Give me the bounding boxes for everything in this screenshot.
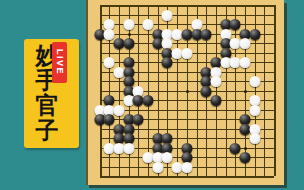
grid-line-vertical [274,5,276,176]
white-stone [113,105,124,116]
live-badge: LIVE [52,42,67,83]
black-stone [201,29,212,40]
white-stone [162,152,173,163]
black-stone [162,57,173,68]
white-stone [240,57,251,68]
black-stone [230,143,241,154]
white-stone [104,29,115,40]
white-stone [162,10,173,21]
black-stone [123,38,134,49]
white-stone [249,133,260,144]
star-point [128,33,131,36]
star-point [244,147,247,150]
grid-line-horizontal [100,15,275,16]
grid-line-horizontal [100,5,275,7]
go-board [86,0,284,185]
white-stone [143,19,154,30]
black-stone [210,95,221,106]
black-stone [133,114,144,125]
white-stone [181,48,192,59]
white-stone [123,143,134,154]
black-stone [201,86,212,97]
white-stone [210,76,221,87]
black-stone [104,114,115,125]
star-point [186,90,189,93]
white-stone [181,162,192,173]
black-stone [230,19,241,30]
black-stone [249,29,260,40]
black-stone [143,95,154,106]
white-stone [123,19,134,30]
grid-line-horizontal [100,110,275,111]
banner-char: 官 [36,93,59,118]
stream-frame: 妙手官子 LIVE [0,0,304,190]
white-stone [249,76,260,87]
white-stone [240,38,251,49]
white-stone [104,57,115,68]
grid-line-horizontal [100,176,275,178]
black-stone [240,152,251,163]
star-point [244,90,247,93]
white-stone [249,105,260,116]
white-stone [152,162,163,173]
banner-char: 子 [36,118,59,143]
